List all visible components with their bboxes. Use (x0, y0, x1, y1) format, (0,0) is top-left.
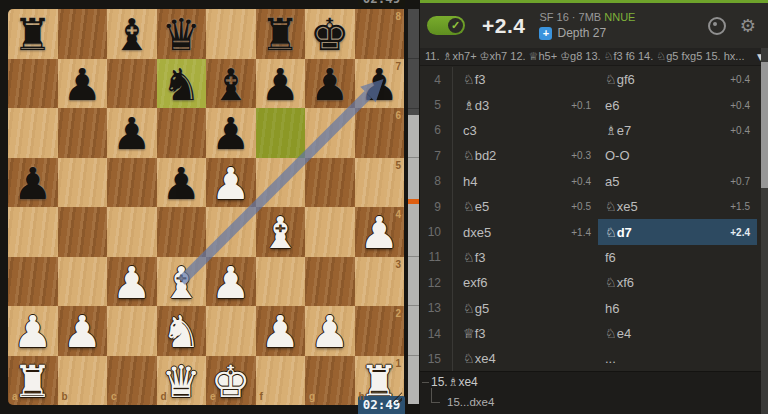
variation-line[interactable]: 15...dxe4 (420, 392, 768, 412)
eval-gauge-black-share (408, 9, 419, 115)
square-h8[interactable]: 8 (355, 9, 405, 59)
move-white[interactable]: ♘f3 (452, 245, 598, 270)
move-number: 11 (420, 250, 452, 264)
move-number: 13 (420, 301, 452, 315)
move-row: 9♘e5+0.5♘xe5+1.5 (420, 194, 768, 219)
move-white[interactable]: ♕f3 (452, 321, 598, 346)
move-list: 4♘f3♘gf6+0.45♗d3+0.1e6+0.46c3♗e7+0.47♘bd… (420, 67, 768, 372)
piece-white-pawn[interactable]: ♟ (206, 257, 256, 307)
opponent-clock-time: 02:49 (358, 0, 405, 7)
move-black[interactable]: ... (598, 346, 757, 371)
opponent-clock: 02:49 (358, 0, 405, 7)
piece-white-pawn[interactable]: ♟ (58, 306, 108, 356)
piece-white-pawn[interactable]: ♟ (305, 306, 355, 356)
player-clock-time: 02:49 (363, 397, 401, 412)
square-c1[interactable]: c (107, 356, 157, 406)
square-a4[interactable] (8, 207, 58, 257)
square-b5[interactable] (58, 158, 108, 208)
move-white[interactable]: ♗d3+0.1 (452, 92, 598, 117)
engine-pv-row[interactable]: 11. ♗xh7+ ♔xh7 12. ♕h5+ ♔g8 13. ♘f3 f6 1… (420, 48, 768, 66)
square-g8[interactable]: ♚ (305, 9, 355, 59)
move-number: 12 (420, 276, 452, 290)
coord-label: 1 (395, 359, 401, 369)
coord-label: 8 (395, 12, 401, 22)
engine-depth-row: + Depth 27 (539, 26, 635, 40)
square-d3[interactable]: ♝ (157, 257, 207, 307)
move-row: 12exf6♘xf6 (420, 270, 768, 295)
piece-white-pawn[interactable]: ♟ (206, 158, 256, 208)
move-black[interactable]: f6 (598, 245, 757, 270)
square-d7[interactable]: ♞ (157, 59, 207, 109)
square-d8[interactable]: ♛ (157, 9, 207, 59)
move-number: 8 (420, 174, 452, 188)
square-f8[interactable]: ♜ (256, 9, 306, 59)
move-row: 13♘g5h6 (420, 296, 768, 321)
square-g6[interactable] (305, 108, 355, 158)
eval-badge: +1.4 (571, 227, 591, 238)
square-g5[interactable] (305, 158, 355, 208)
square-c3[interactable]: ♟ (107, 257, 157, 307)
square-f1[interactable]: f (256, 356, 306, 406)
move-row: 10dxe5+1.4♘d7+2.4 (420, 219, 768, 244)
square-b2[interactable]: ♟ (58, 306, 108, 356)
chess-board[interactable]: ♜♝♛♜♚8♟♞♝♟♟♟7♟♟6♟♟♟5♝♟4♟♝♟3♟♟♞♟♟2♜abc♛d♚… (8, 9, 404, 405)
move-white[interactable]: ♘f3 (452, 67, 598, 92)
square-h4[interactable]: ♟4 (355, 207, 405, 257)
move-row: 4♘f3♘gf6+0.4 (420, 67, 768, 92)
square-e7[interactable]: ♝ (206, 59, 256, 109)
square-b6[interactable] (58, 108, 108, 158)
engine-pv-line[interactable]: 11. ♗xh7+ ♔xh7 12. ♕h5+ ♔g8 13. ♘f3 f6 1… (420, 50, 755, 63)
coord-label: h (359, 392, 365, 402)
move-number: 15 (420, 352, 452, 366)
move-black[interactable]: h6 (598, 296, 757, 321)
variation-tree: 15.♗xe415...dxe4 (420, 371, 768, 414)
coord-label: 4 (395, 210, 401, 220)
square-c2[interactable] (107, 306, 157, 356)
move-number: 5 (420, 98, 452, 112)
move-white[interactable]: c3 (452, 118, 598, 143)
piece-white-knight[interactable]: ♞ (157, 306, 207, 356)
move-number: 14 (420, 327, 452, 341)
square-h6[interactable]: 6 (355, 108, 405, 158)
square-a5[interactable]: ♟ (8, 158, 58, 208)
square-d5[interactable]: ♟ (157, 158, 207, 208)
move-row: 8h4+0.4a5+0.7 (420, 169, 768, 194)
piece-black-queen[interactable]: ♛ (157, 9, 207, 59)
gear-icon[interactable]: ⚙ (740, 17, 756, 35)
square-d1[interactable]: ♛d (157, 356, 207, 406)
move-white[interactable]: ♘bd2+0.3 (452, 143, 598, 168)
square-a2[interactable]: ♟ (8, 306, 58, 356)
move-number: 10 (420, 225, 452, 239)
coord-label: c (111, 392, 117, 402)
move-row: 15♘xe4... (420, 346, 768, 371)
square-g2[interactable]: ♟ (305, 306, 355, 356)
piece-white-bishop[interactable]: ♝ (157, 257, 207, 307)
square-c4[interactable] (107, 207, 157, 257)
move-white[interactable]: dxe5+1.4 (452, 219, 598, 244)
square-e5[interactable]: ♟ (206, 158, 256, 208)
engine-toggle[interactable]: ✓ (427, 16, 465, 35)
coord-label: 7 (395, 62, 401, 72)
engine-name: SF 16 · 7MB NNUE (539, 11, 635, 24)
square-a1[interactable]: ♜a (8, 356, 58, 406)
move-row: 5♗d3+0.1e6+0.4 (420, 92, 768, 117)
piece-black-bishop[interactable]: ♝ (206, 59, 256, 109)
eval-badge: +0.4 (730, 125, 750, 136)
square-h2[interactable]: 2 (355, 306, 405, 356)
engine-header: ✓ +2.4 SF 16 · 7MB NNUE + Depth 27 ⚙ (420, 0, 768, 48)
engine-depth: Depth 27 (557, 26, 606, 40)
square-d6[interactable] (157, 108, 207, 158)
coord-label: d (161, 392, 167, 402)
coord-label: 6 (395, 111, 401, 121)
square-a7[interactable] (8, 59, 58, 109)
piece-black-pawn[interactable]: ♟ (107, 108, 157, 158)
square-h5[interactable]: 5 (355, 158, 405, 208)
move-row: 14♕f3♘e4 (420, 321, 768, 346)
coord-label: f (260, 392, 263, 402)
piece-black-king[interactable]: ♚ (305, 9, 355, 59)
piece-black-pawn[interactable]: ♟ (58, 59, 108, 109)
eval-badge: +0.4 (730, 100, 750, 111)
square-b1[interactable]: b (58, 356, 108, 406)
move-number: 7 (420, 149, 452, 163)
move-white[interactable]: h4+0.4 (452, 169, 598, 194)
piece-white-bishop[interactable]: ♝ (256, 207, 306, 257)
square-f6[interactable] (256, 108, 306, 158)
move-row: 11♘f3f6 (420, 245, 768, 270)
coord-label: g (309, 392, 315, 402)
practice-target-icon[interactable] (708, 17, 726, 35)
engine-info: SF 16 · 7MB NNUE + Depth 27 (539, 11, 635, 40)
piece-black-pawn[interactable]: ♟ (256, 59, 306, 109)
eval-badge: +0.4 (571, 176, 591, 187)
square-a6[interactable] (8, 108, 58, 158)
eval-gauge (408, 9, 419, 404)
square-e1[interactable]: ♚e (206, 356, 256, 406)
square-a8[interactable]: ♜ (8, 9, 58, 59)
lichess-analysis-screen: ♜♝♛♜♚8♟♞♝♟♟♟7♟♟6♟♟♟5♝♟4♟♝♟3♟♟♞♟♟2♜abc♛d♚… (0, 0, 768, 414)
move-black[interactable]: ♘e4 (598, 321, 757, 346)
square-c5[interactable] (107, 158, 157, 208)
eval-badge: +0.1 (571, 100, 591, 111)
square-d2[interactable]: ♞ (157, 306, 207, 356)
piece-black-pawn[interactable]: ♟ (206, 108, 256, 158)
square-g4[interactable] (305, 207, 355, 257)
move-row: 7♘bd2+0.3O-O (420, 143, 768, 168)
square-g1[interactable]: g (305, 356, 355, 406)
move-row: 6c3♗e7+0.4 (420, 118, 768, 143)
move-number: 4 (420, 73, 452, 87)
square-f2[interactable]: ♟ (256, 306, 306, 356)
piece-white-pawn[interactable]: ♟ (107, 257, 157, 307)
piece-black-rook[interactable]: ♜ (256, 9, 306, 59)
coord-label: 2 (395, 309, 401, 319)
square-f4[interactable]: ♝ (256, 207, 306, 257)
square-f5[interactable] (256, 158, 306, 208)
scrollbar-thumb[interactable] (761, 62, 768, 188)
square-e3[interactable]: ♟ (206, 257, 256, 307)
square-d4[interactable] (157, 207, 207, 257)
move-number: 9 (420, 200, 452, 214)
piece-black-rook[interactable]: ♜ (8, 9, 58, 59)
eval-badge: +0.4 (730, 74, 750, 85)
square-c8[interactable]: ♝ (107, 9, 157, 59)
piece-black-bishop[interactable]: ♝ (107, 9, 157, 59)
move-white[interactable]: ♘xe4 (452, 346, 598, 371)
piece-black-pawn[interactable]: ♟ (305, 59, 355, 109)
eval-badge: +0.3 (571, 150, 591, 161)
eval-badge: +2.4 (730, 227, 750, 238)
square-h7[interactable]: ♟7 (355, 59, 405, 109)
nnue-badge: NNUE (604, 11, 635, 23)
square-g3[interactable] (305, 257, 355, 307)
engine-toggle-check-icon: ✓ (448, 18, 463, 33)
square-h3[interactable]: 3 (355, 257, 405, 307)
move-white[interactable]: ♘g5 (452, 296, 598, 321)
eval-gauge-zero-tick (408, 199, 419, 204)
coord-label: 5 (395, 161, 401, 171)
square-f3[interactable] (256, 257, 306, 307)
move-black[interactable]: e6+0.4 (598, 92, 757, 117)
square-c6[interactable]: ♟ (107, 108, 157, 158)
eval-badge: +1.5 (730, 201, 750, 212)
piece-black-pawn[interactable]: ♟ (8, 158, 58, 208)
eval-badge: +0.7 (730, 176, 750, 187)
engine-eval: +2.4 (482, 14, 525, 38)
move-number: 6 (420, 123, 452, 137)
square-e8[interactable] (206, 9, 256, 59)
square-e2[interactable] (206, 306, 256, 356)
move-black[interactable]: ♘d7+2.4 (598, 219, 757, 244)
piece-white-pawn[interactable]: ♟ (256, 306, 306, 356)
plus-memory-icon[interactable]: + (539, 27, 552, 40)
variation-line[interactable]: 15.♗xe4 (420, 372, 768, 392)
square-b7[interactable]: ♟ (58, 59, 108, 109)
move-white[interactable]: exf6 (452, 270, 598, 295)
piece-white-pawn[interactable]: ♟ (8, 306, 58, 356)
piece-black-knight[interactable]: ♞ (157, 59, 207, 109)
square-e4[interactable] (206, 207, 256, 257)
move-black[interactable]: a5+0.7 (598, 169, 757, 194)
square-g7[interactable]: ♟ (305, 59, 355, 109)
move-black[interactable]: ♘xf6 (598, 270, 757, 295)
square-e6[interactable]: ♟ (206, 108, 256, 158)
square-b3[interactable] (58, 257, 108, 307)
move-white[interactable]: ♘e5+0.5 (452, 194, 598, 219)
move-black[interactable]: ♗e7+0.4 (598, 118, 757, 143)
square-f7[interactable]: ♟ (256, 59, 306, 109)
square-c7[interactable] (107, 59, 157, 109)
move-black[interactable]: ♘xe5+1.5 (598, 194, 757, 219)
move-black[interactable]: ♘gf6+0.4 (598, 67, 757, 92)
scrollbar[interactable] (761, 48, 768, 414)
piece-black-pawn[interactable]: ♟ (157, 158, 207, 208)
coord-label: e (210, 392, 216, 402)
square-b8[interactable] (58, 9, 108, 59)
move-black[interactable]: O-O (598, 143, 757, 168)
coord-label: 3 (395, 260, 401, 270)
analysis-panel: ✓ +2.4 SF 16 · 7MB NNUE + Depth 27 ⚙ 11.… (420, 0, 768, 414)
coord-label: b (62, 392, 68, 402)
square-b4[interactable] (58, 207, 108, 257)
coord-label: a (12, 392, 18, 402)
eval-badge: +0.5 (571, 201, 591, 212)
square-a3[interactable] (8, 257, 58, 307)
